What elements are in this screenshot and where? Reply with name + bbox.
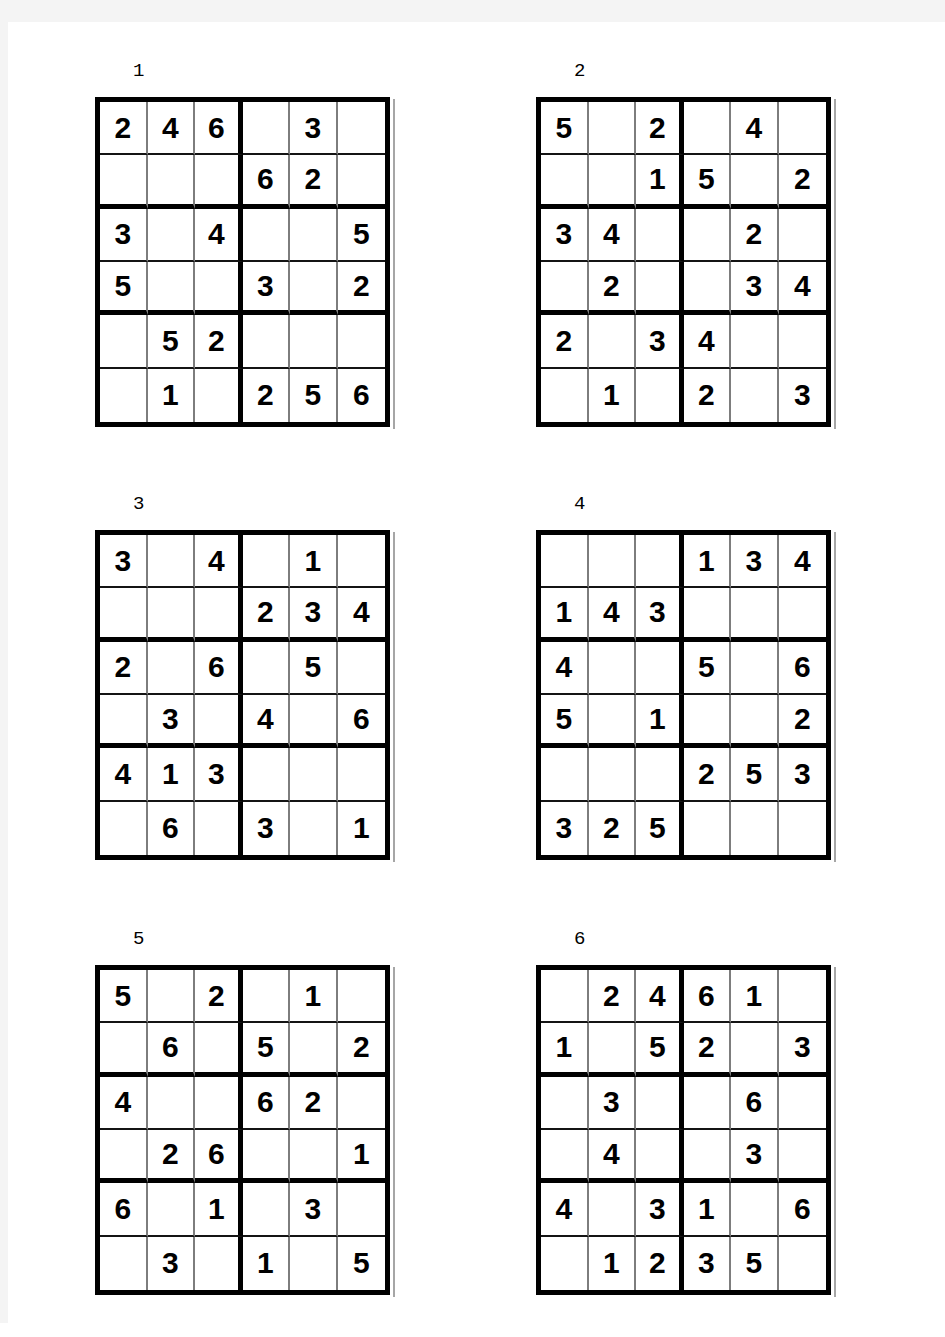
puzzle-2: 2 524152342234234123 xyxy=(536,60,836,427)
sudoku-cell-r3c3: 4 xyxy=(195,209,243,262)
sudoku-cell-r5c1: 4 xyxy=(100,748,148,801)
sudoku-cell-r3c6 xyxy=(779,209,827,262)
sudoku-cell-r2c5 xyxy=(731,588,779,641)
sudoku-cell-r5c2: 1 xyxy=(148,748,196,801)
sudoku-cell-r6c6: 6 xyxy=(338,369,386,422)
sudoku-cell-r4c1 xyxy=(100,1130,148,1183)
sudoku-cell-r1c3: 4 xyxy=(195,535,243,588)
sudoku-cell-r6c6: 5 xyxy=(338,1237,386,1290)
sudoku-cell-r1c3: 2 xyxy=(636,102,684,155)
sudoku-cell-r1c6 xyxy=(338,970,386,1023)
sudoku-cell-r1c2 xyxy=(148,535,196,588)
puzzle-6: 6 24611523364343161235 xyxy=(536,928,836,1295)
sudoku-cell-r6c4 xyxy=(684,802,732,855)
sudoku-cell-r2c5: 2 xyxy=(290,155,338,208)
puzzle-number: 4 xyxy=(574,493,836,515)
sudoku-cell-r6c2: 1 xyxy=(589,369,637,422)
sudoku-grid: 134143456512253325 xyxy=(536,530,831,860)
sudoku-grid: 341234265346413631 xyxy=(95,530,390,860)
page-margin-top xyxy=(0,0,945,22)
sudoku-cell-r6c1 xyxy=(100,369,148,422)
sudoku-cell-r5c5 xyxy=(290,315,338,368)
sudoku-cell-r3c3: 6 xyxy=(195,642,243,695)
sudoku-cell-r2c1: 1 xyxy=(541,588,589,641)
sudoku-cell-r5c5: 5 xyxy=(731,748,779,801)
sudoku-cell-r4c4 xyxy=(684,695,732,748)
sudoku-cell-r6c2: 2 xyxy=(589,802,637,855)
puzzle-3: 3 341234265346413631 xyxy=(95,493,395,860)
sudoku-cell-r2c3 xyxy=(195,1023,243,1076)
sudoku-cell-r5c1 xyxy=(541,748,589,801)
sudoku-cell-r1c6 xyxy=(338,102,386,155)
sudoku-cell-r6c5 xyxy=(290,802,338,855)
sudoku-cell-r4c5 xyxy=(731,695,779,748)
sudoku-cell-r2c3 xyxy=(195,588,243,641)
sudoku-cell-r6c3 xyxy=(636,369,684,422)
sudoku-cell-r3c2: 4 xyxy=(589,209,637,262)
sudoku-cell-r1c2 xyxy=(589,535,637,588)
puzzle-number: 3 xyxy=(133,493,395,515)
sudoku-cell-r1c1: 5 xyxy=(541,102,589,155)
sudoku-cell-r1c1: 2 xyxy=(100,102,148,155)
sudoku-cell-r3c1: 3 xyxy=(541,209,589,262)
sudoku-cell-r6c3 xyxy=(195,1237,243,1290)
sudoku-cell-r3c4 xyxy=(243,642,291,695)
sudoku-cell-r3c1: 3 xyxy=(100,209,148,262)
puzzle-4: 4 134143456512253325 xyxy=(536,493,836,860)
sudoku-cell-r2c6 xyxy=(779,588,827,641)
sudoku-cell-r4c6: 6 xyxy=(338,695,386,748)
sudoku-cell-r6c5: 5 xyxy=(731,1237,779,1290)
sudoku-cell-r5c6: 6 xyxy=(779,1183,827,1236)
puzzle-number: 6 xyxy=(574,928,836,950)
sudoku-cell-r3c3 xyxy=(636,642,684,695)
sudoku-cell-r1c4: 6 xyxy=(684,970,732,1023)
sudoku-cell-r5c3: 3 xyxy=(195,748,243,801)
sudoku-cell-r6c5 xyxy=(731,802,779,855)
sudoku-cell-r5c1: 6 xyxy=(100,1183,148,1236)
sudoku-cell-r1c3 xyxy=(636,535,684,588)
sudoku-cell-r3c4 xyxy=(243,209,291,262)
sudoku-cell-r6c6 xyxy=(779,802,827,855)
sudoku-cell-r2c1 xyxy=(100,588,148,641)
sudoku-cell-r1c4: 1 xyxy=(684,535,732,588)
page-margin-left xyxy=(0,22,8,1323)
sudoku-cell-r6c6 xyxy=(779,1237,827,1290)
sudoku-cell-r6c3 xyxy=(195,802,243,855)
sudoku-cell-r5c2 xyxy=(589,315,637,368)
sudoku-cell-r3c1: 4 xyxy=(541,642,589,695)
sudoku-cell-r5c6 xyxy=(338,1183,386,1236)
puzzle-5: 5 521652462261613315 xyxy=(95,928,395,1295)
sudoku-cell-r5c3: 1 xyxy=(195,1183,243,1236)
puzzle-1: 1 246362345532521256 xyxy=(95,60,395,427)
sudoku-cell-r2c4: 5 xyxy=(243,1023,291,1076)
sudoku-cell-r1c6 xyxy=(779,102,827,155)
sudoku-cell-r4c2: 2 xyxy=(589,262,637,315)
sudoku-cell-r1c5: 1 xyxy=(290,535,338,588)
sudoku-cell-r3c2: 3 xyxy=(589,1077,637,1130)
sudoku-cell-r6c6: 1 xyxy=(338,802,386,855)
sudoku-cell-r3c2 xyxy=(589,642,637,695)
sudoku-grid: 24611523364343161235 xyxy=(536,965,831,1295)
sudoku-cell-r4c1: 5 xyxy=(100,262,148,315)
sudoku-cell-r1c5: 3 xyxy=(290,102,338,155)
sudoku-grid: 521652462261613315 xyxy=(95,965,390,1295)
sudoku-cell-r4c2 xyxy=(589,695,637,748)
sudoku-cell-r6c1 xyxy=(541,369,589,422)
sudoku-cell-r1c1: 3 xyxy=(100,535,148,588)
sudoku-cell-r5c3: 2 xyxy=(195,315,243,368)
sudoku-cell-r1c1: 5 xyxy=(100,970,148,1023)
sudoku-cell-r4c3 xyxy=(195,262,243,315)
sudoku-cell-r2c6 xyxy=(338,155,386,208)
sudoku-cell-r6c3: 5 xyxy=(636,802,684,855)
sudoku-cell-r4c1: 5 xyxy=(541,695,589,748)
sudoku-cell-r1c3: 4 xyxy=(636,970,684,1023)
sudoku-cell-r1c5: 1 xyxy=(731,970,779,1023)
sudoku-cell-r6c4: 2 xyxy=(684,369,732,422)
sudoku-cell-r6c5: 5 xyxy=(290,369,338,422)
sudoku-cell-r5c4: 1 xyxy=(684,1183,732,1236)
sudoku-cell-r3c6 xyxy=(338,1077,386,1130)
sudoku-cell-r5c3: 3 xyxy=(636,315,684,368)
sudoku-cell-r3c5: 6 xyxy=(731,1077,779,1130)
sudoku-grid: 524152342234234123 xyxy=(536,97,831,427)
sudoku-cell-r2c4: 2 xyxy=(243,588,291,641)
sudoku-cell-r5c1 xyxy=(100,315,148,368)
sudoku-cell-r4c1 xyxy=(541,262,589,315)
sudoku-cell-r4c6: 4 xyxy=(779,262,827,315)
sudoku-cell-r1c2: 2 xyxy=(589,970,637,1023)
sudoku-cell-r5c4 xyxy=(243,1183,291,1236)
sudoku-cell-r6c2: 6 xyxy=(148,802,196,855)
sudoku-cell-r1c2 xyxy=(148,970,196,1023)
sudoku-cell-r3c6 xyxy=(779,1077,827,1130)
sudoku-cell-r2c5 xyxy=(731,155,779,208)
sudoku-cell-r5c6 xyxy=(338,748,386,801)
sudoku-cell-r1c4 xyxy=(243,535,291,588)
sudoku-cell-r6c1 xyxy=(541,1237,589,1290)
sudoku-cell-r5c3: 3 xyxy=(636,1183,684,1236)
sudoku-cell-r4c4: 4 xyxy=(243,695,291,748)
sudoku-cell-r1c4 xyxy=(684,102,732,155)
sudoku-cell-r2c6: 2 xyxy=(338,1023,386,1076)
sudoku-cell-r6c2: 1 xyxy=(589,1237,637,1290)
sudoku-cell-r6c1 xyxy=(100,1237,148,1290)
sudoku-cell-r5c4: 2 xyxy=(684,748,732,801)
sudoku-cell-r3c5 xyxy=(290,209,338,262)
sudoku-cell-r4c1 xyxy=(541,1130,589,1183)
sudoku-cell-r3c6 xyxy=(338,642,386,695)
sudoku-cell-r3c3 xyxy=(195,1077,243,1130)
sudoku-cell-r1c5: 4 xyxy=(731,102,779,155)
sudoku-cell-r1c6 xyxy=(779,970,827,1023)
sudoku-cell-r5c1: 4 xyxy=(541,1183,589,1236)
sudoku-cell-r5c6 xyxy=(779,315,827,368)
sudoku-cell-r2c2 xyxy=(148,155,196,208)
sudoku-cell-r1c1 xyxy=(541,535,589,588)
sudoku-cell-r4c2: 2 xyxy=(148,1130,196,1183)
sudoku-cell-r6c2: 1 xyxy=(148,369,196,422)
sudoku-cell-r3c5 xyxy=(731,642,779,695)
sudoku-cell-r3c4 xyxy=(684,209,732,262)
sudoku-cell-r1c1 xyxy=(541,970,589,1023)
sudoku-cell-r3c4: 6 xyxy=(243,1077,291,1130)
sudoku-cell-r3c2 xyxy=(148,209,196,262)
sudoku-cell-r6c2: 3 xyxy=(148,1237,196,1290)
sudoku-cell-r5c2: 5 xyxy=(148,315,196,368)
sudoku-cell-r5c4 xyxy=(243,748,291,801)
sudoku-cell-r4c5 xyxy=(290,1130,338,1183)
sudoku-cell-r2c3 xyxy=(195,155,243,208)
sudoku-cell-r4c3 xyxy=(636,1130,684,1183)
sudoku-cell-r1c5: 1 xyxy=(290,970,338,1023)
sudoku-cell-r2c4: 6 xyxy=(243,155,291,208)
sudoku-cell-r2c2 xyxy=(589,155,637,208)
sudoku-cell-r1c5: 3 xyxy=(731,535,779,588)
sudoku-cell-r5c5: 3 xyxy=(290,1183,338,1236)
sudoku-cell-r4c1 xyxy=(100,695,148,748)
sudoku-cell-r6c5 xyxy=(290,1237,338,1290)
sudoku-cell-r6c4: 2 xyxy=(243,369,291,422)
sudoku-cell-r5c2 xyxy=(148,1183,196,1236)
sudoku-cell-r2c2: 4 xyxy=(589,588,637,641)
sudoku-cell-r5c2 xyxy=(589,748,637,801)
sudoku-cell-r2c5 xyxy=(290,1023,338,1076)
sudoku-cell-r1c2: 4 xyxy=(148,102,196,155)
sudoku-cell-r2c4: 2 xyxy=(684,1023,732,1076)
sudoku-cell-r3c5: 2 xyxy=(290,1077,338,1130)
sudoku-cell-r4c5: 3 xyxy=(731,1130,779,1183)
sudoku-cell-r5c4 xyxy=(243,315,291,368)
sudoku-cell-r5c5 xyxy=(731,1183,779,1236)
puzzle-number: 1 xyxy=(133,60,395,82)
sudoku-cell-r6c4: 3 xyxy=(243,802,291,855)
sudoku-cell-r2c1: 1 xyxy=(541,1023,589,1076)
sudoku-cell-r5c1: 2 xyxy=(541,315,589,368)
sudoku-cell-r4c4: 3 xyxy=(243,262,291,315)
sudoku-cell-r3c4: 5 xyxy=(684,642,732,695)
sudoku-grid: 246362345532521256 xyxy=(95,97,390,427)
sudoku-cell-r2c6: 4 xyxy=(338,588,386,641)
sudoku-cell-r2c1 xyxy=(100,155,148,208)
sudoku-cell-r2c5 xyxy=(731,1023,779,1076)
sudoku-cell-r4c5: 3 xyxy=(731,262,779,315)
sudoku-cell-r4c4 xyxy=(684,1130,732,1183)
sudoku-cell-r6c4: 3 xyxy=(684,1237,732,1290)
sudoku-cell-r2c2 xyxy=(148,588,196,641)
sudoku-cell-r1c3: 2 xyxy=(195,970,243,1023)
sudoku-cell-r2c6: 3 xyxy=(779,1023,827,1076)
sudoku-cell-r2c2: 6 xyxy=(148,1023,196,1076)
sudoku-cell-r4c6: 2 xyxy=(779,695,827,748)
sudoku-cell-r2c3: 5 xyxy=(636,1023,684,1076)
sudoku-cell-r4c5 xyxy=(290,695,338,748)
sudoku-cell-r2c4: 5 xyxy=(684,155,732,208)
puzzle-number: 2 xyxy=(574,60,836,82)
sudoku-cell-r5c6: 3 xyxy=(779,748,827,801)
sudoku-cell-r3c1 xyxy=(541,1077,589,1130)
sudoku-cell-r3c3 xyxy=(636,1077,684,1130)
sudoku-cell-r5c4: 4 xyxy=(684,315,732,368)
sudoku-cell-r3c1: 2 xyxy=(100,642,148,695)
sudoku-cell-r5c3 xyxy=(636,748,684,801)
sudoku-cell-r6c1 xyxy=(100,802,148,855)
sudoku-cell-r5c5 xyxy=(731,315,779,368)
sudoku-cell-r3c6: 6 xyxy=(779,642,827,695)
sudoku-cell-r1c2 xyxy=(589,102,637,155)
sudoku-cell-r2c3: 3 xyxy=(636,588,684,641)
sudoku-cell-r3c4 xyxy=(684,1077,732,1130)
sudoku-cell-r2c2 xyxy=(589,1023,637,1076)
sudoku-cell-r3c2 xyxy=(148,642,196,695)
sudoku-cell-r6c3: 2 xyxy=(636,1237,684,1290)
sudoku-cell-r1c4 xyxy=(243,102,291,155)
sudoku-cell-r4c4 xyxy=(684,262,732,315)
sudoku-cell-r4c3: 6 xyxy=(195,1130,243,1183)
sudoku-cell-r3c3 xyxy=(636,209,684,262)
sudoku-cell-r2c3: 1 xyxy=(636,155,684,208)
sudoku-cell-r3c2 xyxy=(148,1077,196,1130)
sudoku-cell-r4c3 xyxy=(636,262,684,315)
sudoku-cell-r3c5: 2 xyxy=(731,209,779,262)
sudoku-cell-r4c6: 1 xyxy=(338,1130,386,1183)
sudoku-cell-r1c4 xyxy=(243,970,291,1023)
sudoku-cell-r4c2: 3 xyxy=(148,695,196,748)
sudoku-cell-r2c4 xyxy=(684,588,732,641)
sudoku-cell-r6c4: 1 xyxy=(243,1237,291,1290)
sudoku-cell-r4c2 xyxy=(148,262,196,315)
sudoku-cell-r4c5 xyxy=(290,262,338,315)
sudoku-cell-r3c6: 5 xyxy=(338,209,386,262)
sudoku-cell-r5c5 xyxy=(290,748,338,801)
sudoku-cell-r2c1 xyxy=(541,155,589,208)
sudoku-cell-r6c1: 3 xyxy=(541,802,589,855)
sudoku-cell-r6c5 xyxy=(731,369,779,422)
sudoku-cell-r2c6: 2 xyxy=(779,155,827,208)
sudoku-cell-r5c6 xyxy=(338,315,386,368)
sudoku-cell-r4c3: 1 xyxy=(636,695,684,748)
sudoku-cell-r3c5: 5 xyxy=(290,642,338,695)
sudoku-cell-r4c2: 4 xyxy=(589,1130,637,1183)
sudoku-cell-r4c6: 2 xyxy=(338,262,386,315)
sudoku-cell-r3c1: 4 xyxy=(100,1077,148,1130)
sudoku-cell-r1c6 xyxy=(338,535,386,588)
sudoku-cell-r5c2 xyxy=(589,1183,637,1236)
sudoku-cell-r4c4 xyxy=(243,1130,291,1183)
sudoku-cell-r1c3: 6 xyxy=(195,102,243,155)
sudoku-cell-r2c5: 3 xyxy=(290,588,338,641)
sudoku-cell-r1c6: 4 xyxy=(779,535,827,588)
sudoku-cell-r4c3 xyxy=(195,695,243,748)
sudoku-cell-r6c6: 3 xyxy=(779,369,827,422)
sudoku-cell-r6c3 xyxy=(195,369,243,422)
sudoku-cell-r2c1 xyxy=(100,1023,148,1076)
sudoku-cell-r4c6 xyxy=(779,1130,827,1183)
puzzle-number: 5 xyxy=(133,928,395,950)
